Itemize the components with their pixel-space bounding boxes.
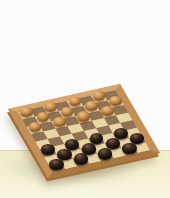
dark-checker-r7f8[interactable] xyxy=(130,133,144,144)
light-checker-r1f5[interactable] xyxy=(69,97,81,107)
light-checker-r2f8[interactable] xyxy=(109,96,122,106)
light-checker-r3f1[interactable] xyxy=(29,122,42,132)
light-checker-r1f3[interactable] xyxy=(44,102,56,112)
light-checker-r2f6[interactable] xyxy=(85,101,98,111)
dark-checker-r8f1[interactable] xyxy=(49,159,63,171)
light-checker-r3f5[interactable] xyxy=(77,111,90,121)
dark-checker-r6f7[interactable] xyxy=(114,128,128,139)
dark-checker-r8f3[interactable] xyxy=(74,153,88,165)
dark-checker-r7f6[interactable] xyxy=(106,138,120,149)
light-checker-r1f7[interactable] xyxy=(93,91,105,101)
dark-checker-r6f3[interactable] xyxy=(65,139,79,150)
product-photo-stage xyxy=(0,0,170,198)
light-checker-r2f4[interactable] xyxy=(61,107,74,117)
dark-checker-r6f1[interactable] xyxy=(41,144,55,155)
light-checker-r1f1[interactable] xyxy=(20,107,32,117)
dark-checker-r8f7[interactable] xyxy=(122,143,136,155)
dark-checker-r8f5[interactable] xyxy=(98,148,112,160)
pieces-layer xyxy=(0,0,170,198)
light-checker-r3f7[interactable] xyxy=(101,106,114,116)
light-checker-r2f2[interactable] xyxy=(37,112,50,122)
light-checker-r3f3[interactable] xyxy=(53,117,66,127)
